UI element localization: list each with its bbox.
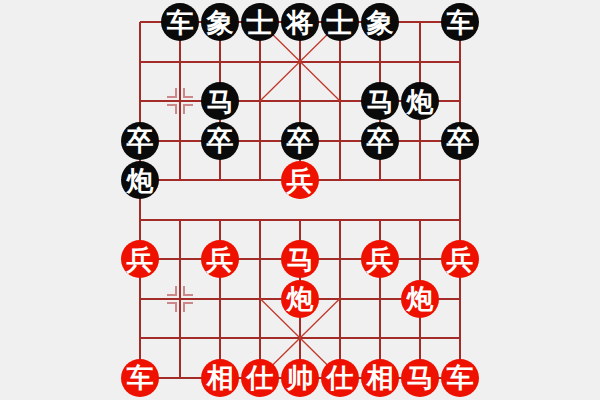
- black-elephant[interactable]: 象: [361, 3, 399, 41]
- red-horse[interactable]: 马: [401, 359, 439, 397]
- red-soldier[interactable]: 兵: [121, 240, 159, 278]
- red-cannon[interactable]: 炮: [281, 280, 319, 318]
- black-elephant[interactable]: 象: [201, 3, 239, 41]
- red-soldier[interactable]: 兵: [441, 240, 479, 278]
- red-advisor[interactable]: 仕: [241, 359, 279, 397]
- black-soldier[interactable]: 卒: [121, 122, 159, 160]
- black-horse[interactable]: 马: [361, 82, 399, 120]
- black-advisor[interactable]: 士: [321, 3, 359, 41]
- red-chariot[interactable]: 车: [441, 359, 479, 397]
- black-soldier[interactable]: 卒: [281, 122, 319, 160]
- red-soldier[interactable]: 兵: [361, 240, 399, 278]
- xiangqi-app: 车象士将士象车马马炮卒卒卒卒卒炮兵兵兵马兵兵炮炮车相仕帅仕相马车: [0, 0, 600, 400]
- black-soldier[interactable]: 卒: [361, 122, 399, 160]
- red-chariot[interactable]: 车: [121, 359, 159, 397]
- red-elephant[interactable]: 相: [361, 359, 399, 397]
- black-chariot[interactable]: 车: [161, 3, 199, 41]
- red-general[interactable]: 帅: [281, 359, 319, 397]
- black-cannon[interactable]: 炮: [401, 82, 439, 120]
- black-horse[interactable]: 马: [201, 82, 239, 120]
- pieces-layer: 车象士将士象车马马炮卒卒卒卒卒炮兵兵兵马兵兵炮炮车相仕帅仕相马车: [0, 0, 600, 400]
- black-soldier[interactable]: 卒: [441, 122, 479, 160]
- red-horse[interactable]: 马: [281, 240, 319, 278]
- red-cannon[interactable]: 炮: [401, 280, 439, 318]
- red-elephant[interactable]: 相: [201, 359, 239, 397]
- black-cannon[interactable]: 炮: [121, 161, 159, 199]
- black-general[interactable]: 将: [281, 3, 319, 41]
- black-chariot[interactable]: 车: [441, 3, 479, 41]
- black-soldier[interactable]: 卒: [201, 122, 239, 160]
- black-advisor[interactable]: 士: [241, 3, 279, 41]
- red-soldier[interactable]: 兵: [201, 240, 239, 278]
- red-advisor[interactable]: 仕: [321, 359, 359, 397]
- red-soldier[interactable]: 兵: [281, 161, 319, 199]
